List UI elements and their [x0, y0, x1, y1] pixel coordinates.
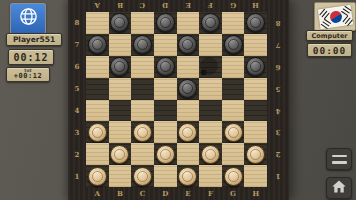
file-label: B	[109, 0, 132, 12]
square-b1[interactable]	[109, 165, 132, 187]
board-grid	[86, 12, 267, 187]
light-man[interactable]	[133, 123, 152, 142]
square-a2[interactable]	[86, 143, 109, 165]
rank-label: 5	[68, 78, 86, 100]
light-man[interactable]	[156, 145, 175, 164]
square-h2[interactable]	[244, 143, 267, 165]
file-labels-top: ABCDEFGH	[86, 0, 267, 12]
total-time-label: tot	[24, 69, 31, 74]
file-label: C	[131, 187, 154, 200]
square-c2[interactable]	[131, 143, 154, 165]
square-c5[interactable]	[131, 78, 154, 100]
square-g7[interactable]	[222, 34, 245, 56]
dark-man[interactable]	[224, 35, 243, 54]
square-e3[interactable]	[177, 121, 200, 143]
player-avatar-button[interactable]	[10, 3, 46, 34]
rank-label: 2	[267, 143, 289, 165]
square-b8[interactable]	[109, 12, 132, 34]
light-man[interactable]	[178, 167, 197, 186]
light-man[interactable]	[224, 123, 243, 142]
square-g5[interactable]	[222, 78, 245, 100]
dark-man[interactable]	[246, 57, 265, 76]
rank-label: 7	[68, 34, 86, 56]
square-c7[interactable]	[131, 34, 154, 56]
square-a5[interactable]	[86, 78, 109, 100]
square-e7[interactable]	[177, 34, 200, 56]
file-label: B	[109, 187, 132, 200]
taeguk-symbol	[328, 10, 342, 24]
trigram-icon	[341, 15, 352, 26]
dark-man[interactable]	[88, 35, 107, 54]
file-label: H	[244, 187, 267, 200]
dark-man[interactable]	[110, 13, 129, 32]
rank-label: 1	[267, 165, 289, 187]
light-man[interactable]	[133, 167, 152, 186]
rank-labels-right: 87654321	[267, 12, 289, 187]
file-label: D	[154, 0, 177, 12]
square-g3[interactable]	[222, 121, 245, 143]
checkers-board: ABCDEFGH ABCDEFGH 87654321 87654321	[68, 0, 289, 200]
square-h5[interactable]	[244, 78, 267, 100]
rank-label: 8	[68, 12, 86, 34]
light-man[interactable]	[110, 145, 129, 164]
square-b3[interactable]	[109, 121, 132, 143]
square-d4[interactable]	[154, 100, 177, 122]
dark-man[interactable]	[133, 35, 152, 54]
square-f1[interactable]	[199, 165, 222, 187]
file-labels-bottom: ABCDEFGH	[86, 187, 267, 200]
opponent-timer: 00:00	[307, 43, 352, 57]
square-g2[interactable]	[222, 143, 245, 165]
file-label: E	[177, 187, 200, 200]
square-a1[interactable]	[86, 165, 109, 187]
rank-label: 3	[267, 121, 289, 143]
rank-label: 6	[68, 56, 86, 78]
light-man[interactable]	[201, 145, 220, 164]
player-timer: 00:12	[8, 49, 54, 65]
rank-label: 8	[267, 12, 289, 34]
square-b4[interactable]	[109, 100, 132, 122]
file-label: A	[86, 0, 109, 12]
trigram-icon	[320, 18, 331, 28]
square-e6[interactable]	[177, 56, 200, 78]
square-e1[interactable]	[177, 165, 200, 187]
square-e8[interactable]	[177, 12, 200, 34]
square-d1[interactable]	[154, 165, 177, 187]
light-man[interactable]	[88, 167, 107, 186]
file-label: G	[222, 0, 245, 12]
file-label: F	[199, 0, 222, 12]
square-g1[interactable]	[222, 165, 245, 187]
south-korea-flag-icon	[317, 4, 352, 28]
dark-man[interactable]	[178, 79, 197, 98]
square-b5[interactable]	[109, 78, 132, 100]
dark-man[interactable]	[201, 13, 220, 32]
square-e4[interactable]	[177, 100, 200, 122]
square-h1[interactable]	[244, 165, 267, 187]
trigram-icon	[318, 8, 329, 19]
file-label: G	[222, 187, 245, 200]
square-d6[interactable]	[154, 56, 177, 78]
player-name: Player551	[6, 33, 62, 46]
square-c4[interactable]	[131, 100, 154, 122]
square-c3[interactable]	[131, 121, 154, 143]
square-g8[interactable]	[222, 12, 245, 34]
light-man[interactable]	[178, 123, 197, 142]
square-f8[interactable]	[199, 12, 222, 34]
square-c6[interactable]	[131, 56, 154, 78]
rank-label: 4	[68, 100, 86, 122]
menu-icon	[332, 155, 347, 164]
square-h7[interactable]	[244, 34, 267, 56]
rank-label: 5	[267, 78, 289, 100]
home-icon	[331, 179, 347, 198]
square-f7[interactable]	[199, 34, 222, 56]
square-a7[interactable]	[86, 34, 109, 56]
file-label: A	[86, 187, 109, 200]
square-a4[interactable]	[86, 100, 109, 122]
square-a8[interactable]	[86, 12, 109, 34]
file-label: F	[199, 187, 222, 200]
file-label: H	[244, 0, 267, 12]
rank-label: 7	[267, 34, 289, 56]
square-h6[interactable]	[244, 56, 267, 78]
light-man[interactable]	[224, 167, 243, 186]
rank-label: 3	[68, 121, 86, 143]
square-f4[interactable]	[199, 100, 222, 122]
square-h3[interactable]	[244, 121, 267, 143]
square-e5[interactable]	[177, 78, 200, 100]
square-b6[interactable]	[109, 56, 132, 78]
file-label: E	[177, 0, 200, 12]
light-man[interactable]	[88, 123, 107, 142]
square-g6[interactable]	[222, 56, 245, 78]
rank-label: 1	[68, 165, 86, 187]
square-f2[interactable]	[199, 143, 222, 165]
rank-label: 2	[68, 143, 86, 165]
move-hint-dot	[201, 70, 206, 75]
square-f3[interactable]	[199, 121, 222, 143]
square-f5[interactable]	[199, 78, 222, 100]
square-d8[interactable]	[154, 12, 177, 34]
menu-button[interactable]	[326, 148, 352, 170]
square-d7[interactable]	[154, 34, 177, 56]
opponent-name: Computer	[306, 30, 353, 41]
square-b7[interactable]	[109, 34, 132, 56]
square-d3[interactable]	[154, 121, 177, 143]
square-b2[interactable]	[109, 143, 132, 165]
dark-man[interactable]	[110, 57, 129, 76]
square-d2[interactable]	[154, 143, 177, 165]
dark-man[interactable]	[246, 13, 265, 32]
file-label: C	[131, 0, 154, 12]
square-a3[interactable]	[86, 121, 109, 143]
dark-man[interactable]	[156, 57, 175, 76]
trigram-icon	[340, 5, 351, 15]
square-f6[interactable]	[199, 56, 222, 78]
globe-icon	[17, 5, 40, 32]
square-e2[interactable]	[177, 143, 200, 165]
opponent-flag-button[interactable]	[314, 2, 356, 31]
square-h8[interactable]	[244, 12, 267, 34]
dark-man[interactable]	[156, 13, 175, 32]
player-total-time: tot +00:12	[6, 67, 50, 82]
square-c1[interactable]	[131, 165, 154, 187]
rank-label: 4	[267, 100, 289, 122]
light-man[interactable]	[246, 145, 265, 164]
square-h4[interactable]	[244, 100, 267, 122]
dark-man[interactable]	[178, 35, 197, 54]
rank-label: 6	[267, 56, 289, 78]
checkers-app: Player551 00:12 tot +00:12 Computer 00:0…	[0, 0, 356, 200]
file-label: D	[154, 187, 177, 200]
square-a6[interactable]	[86, 56, 109, 78]
total-time-value: +00:12	[14, 73, 42, 80]
square-c8[interactable]	[131, 12, 154, 34]
home-button[interactable]	[326, 177, 352, 199]
square-d5[interactable]	[154, 78, 177, 100]
rank-labels-left: 87654321	[68, 12, 86, 187]
square-g4[interactable]	[222, 100, 245, 122]
